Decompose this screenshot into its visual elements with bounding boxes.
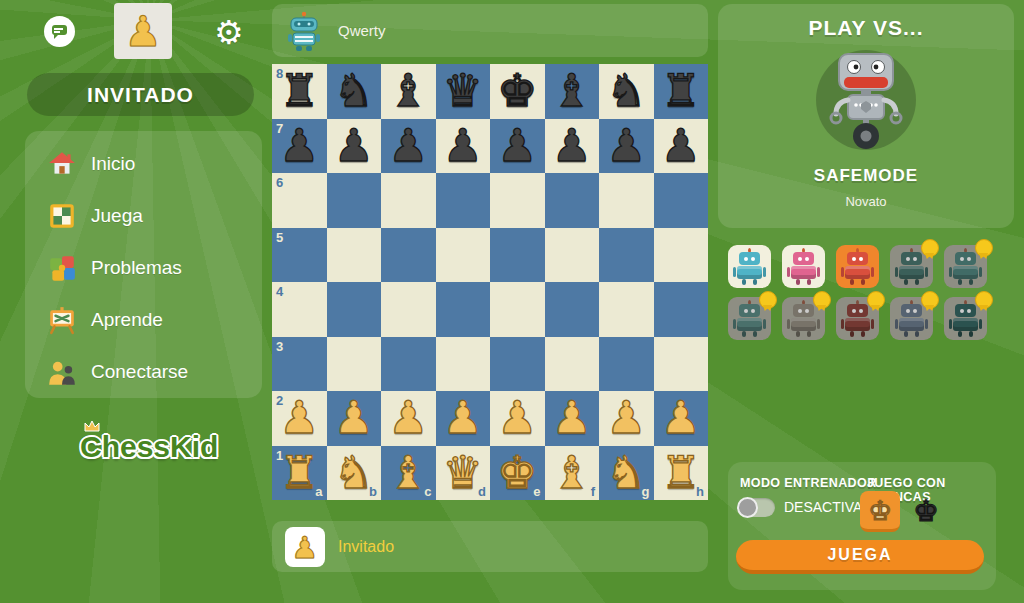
white-pawn-piece[interactable]: ♟ (381, 391, 436, 446)
square-h1[interactable]: h♜ (654, 446, 709, 501)
square-b1[interactable]: b♞ (327, 446, 382, 501)
white-bishop-piece[interactable]: ♝ (545, 446, 600, 501)
sidebar-item-inicio[interactable]: Inicio (39, 145, 257, 183)
square-a1[interactable]: 1a♜ (272, 446, 327, 501)
square-c8[interactable]: ♝ (381, 64, 436, 119)
square-e7[interactable]: ♟ (490, 119, 545, 174)
square-a6[interactable]: 6 (272, 173, 327, 228)
square-d3[interactable] (436, 337, 491, 392)
square-b5[interactable] (327, 228, 382, 283)
square-b8[interactable]: ♞ (327, 64, 382, 119)
square-a3[interactable]: 3 (272, 337, 327, 392)
white-pawn-piece[interactable]: ♟ (599, 391, 654, 446)
square-c6[interactable] (381, 173, 436, 228)
chat-icon[interactable] (44, 16, 75, 47)
white-pawn-piece[interactable]: ♟ (436, 391, 491, 446)
square-a8[interactable]: 8♜ (272, 64, 327, 119)
puzzle-icon (47, 253, 77, 283)
square-c3[interactable] (381, 337, 436, 392)
white-pawn-piece[interactable]: ♟ (490, 391, 545, 446)
bot-tile-7-locked[interactable] (782, 297, 825, 340)
square-a4[interactable]: 4 (272, 282, 327, 337)
square-h7[interactable]: ♟ (654, 119, 709, 174)
square-f7[interactable]: ♟ (545, 119, 600, 174)
square-a5[interactable]: 5 (272, 228, 327, 283)
guest-name-pill: INVITADO (27, 73, 254, 116)
white-color-button[interactable]: ♚ (860, 491, 900, 532)
square-g8[interactable]: ♞ (599, 64, 654, 119)
medal-badge-icon (921, 239, 939, 257)
white-bishop-piece[interactable]: ♝ (381, 446, 436, 501)
white-knight-piece[interactable]: ♞ (599, 446, 654, 501)
sidebar-item-label: Aprende (91, 309, 163, 331)
square-c1[interactable]: c♝ (381, 446, 436, 501)
square-c7[interactable]: ♟ (381, 119, 436, 174)
medal-badge-icon (867, 291, 885, 309)
player-avatar: ♟ (285, 527, 325, 567)
sidebar-item-label: Problemas (91, 257, 182, 279)
pawn-character-icon: ♟ (124, 7, 162, 56)
coach-mode-label: MODO ENTRENADOR (740, 476, 877, 490)
black-rook-piece[interactable]: ♜ (654, 64, 709, 119)
mini-robot-icon (728, 245, 771, 288)
square-c2[interactable]: ♟ (381, 391, 436, 446)
black-color-button[interactable]: ♚ (913, 494, 939, 528)
white-queen-piece[interactable]: ♛ (436, 446, 491, 501)
black-pawn-piece[interactable]: ♟ (599, 119, 654, 174)
sidebar-item-conectarse[interactable]: Conectarse (39, 353, 257, 391)
square-e2[interactable]: ♟ (490, 391, 545, 446)
opponent-robot-avatar (284, 11, 324, 53)
sidebar-item-aprende[interactable]: Aprende (39, 301, 257, 339)
square-g6[interactable] (599, 173, 654, 228)
square-g3[interactable] (599, 337, 654, 392)
black-queen-piece[interactable]: ♛ (436, 64, 491, 119)
easel-icon (47, 305, 77, 335)
opponent-bar: Qwerty (272, 4, 708, 57)
square-f8[interactable]: ♝ (545, 64, 600, 119)
bot-tile-2-unlocked[interactable] (782, 245, 825, 288)
square-d4[interactable] (436, 282, 491, 337)
home-icon (47, 149, 77, 179)
square-e5[interactable] (490, 228, 545, 283)
black-pawn-piece[interactable]: ♟ (545, 119, 600, 174)
medal-badge-icon (975, 291, 993, 309)
sidebar-item-label: Inicio (91, 153, 135, 175)
rank-label-5: 5 (276, 231, 283, 244)
square-d5[interactable] (436, 228, 491, 283)
medal-badge-icon (975, 239, 993, 257)
square-d6[interactable] (436, 173, 491, 228)
mini-robot-icon (836, 245, 879, 288)
square-b3[interactable] (327, 337, 382, 392)
sidebar-item-label: Juega (91, 205, 143, 227)
square-g2[interactable]: ♟ (599, 391, 654, 446)
square-h5[interactable] (654, 228, 709, 283)
bot-tile-1-unlocked[interactable] (728, 245, 771, 288)
white-rook-piece[interactable]: ♜ (654, 446, 709, 501)
chesskid-logo[interactable]: ChessKid (80, 430, 218, 464)
sidebar-item-label: Conectarse (91, 361, 188, 383)
square-g4[interactable] (599, 282, 654, 337)
bot-level: Novato (718, 194, 1014, 209)
rank-label-6: 6 (276, 176, 283, 189)
user-avatar[interactable]: ♟ (114, 3, 172, 59)
square-f2[interactable]: ♟ (545, 391, 600, 446)
square-f5[interactable] (545, 228, 600, 283)
square-e4[interactable] (490, 282, 545, 337)
square-a7[interactable]: 7♟ (272, 119, 327, 174)
square-h3[interactable] (654, 337, 709, 392)
bot-tile-10-locked[interactable] (944, 297, 987, 340)
player-bar: ♟ Invitado (272, 521, 708, 572)
bot-selection-grid (728, 245, 988, 340)
white-pawn-piece[interactable]: ♟ (654, 391, 709, 446)
black-pawn-piece[interactable]: ♟ (381, 119, 436, 174)
square-f4[interactable] (545, 282, 600, 337)
chess-board: 8♜♞♝♛♚♝♞♜7♟♟♟♟♟♟♟♟65432♟♟♟♟♟♟♟♟1a♜b♞c♝d♛… (272, 64, 708, 500)
settings-gear-icon[interactable]: ⚙ (214, 13, 244, 52)
black-pawn-piece[interactable]: ♟ (490, 119, 545, 174)
medal-badge-icon (813, 291, 831, 309)
white-king-piece[interactable]: ♚ (490, 446, 545, 501)
black-pawn-piece[interactable]: ♟ (272, 119, 327, 174)
square-e8[interactable]: ♚ (490, 64, 545, 119)
medal-badge-icon (921, 291, 939, 309)
play-button[interactable]: JUEGA (736, 540, 984, 574)
bot-tile-6-locked[interactable] (728, 297, 771, 340)
white-king-icon: ♚ (868, 495, 892, 526)
black-bishop-piece[interactable]: ♝ (381, 64, 436, 119)
sidebar-item-problemas[interactable]: Problemas (39, 249, 257, 287)
black-knight-piece[interactable]: ♞ (327, 64, 382, 119)
square-h4[interactable] (654, 282, 709, 337)
square-b4[interactable] (327, 282, 382, 337)
rank-label-4: 4 (276, 285, 283, 298)
toggle-knob (737, 497, 758, 518)
black-bishop-piece[interactable]: ♝ (545, 64, 600, 119)
black-pawn-piece[interactable]: ♟ (436, 119, 491, 174)
bot-tile-3-selected[interactable] (836, 245, 879, 288)
bot-name: SAFEMODE (718, 166, 1014, 186)
square-g1[interactable]: g♞ (599, 446, 654, 501)
white-rook-piece[interactable]: ♜ (272, 446, 327, 501)
coach-mode-toggle[interactable] (738, 498, 775, 517)
square-d7[interactable]: ♟ (436, 119, 491, 174)
square-e6[interactable] (490, 173, 545, 228)
square-f6[interactable] (545, 173, 600, 228)
black-pawn-piece[interactable]: ♟ (654, 119, 709, 174)
square-c4[interactable] (381, 282, 436, 337)
player-name: Invitado (338, 521, 394, 572)
square-g5[interactable] (599, 228, 654, 283)
sidebar-menu: Inicio Juega Problemas (25, 131, 262, 398)
chesskid-app: ♟ ⚙ INVITADO Inicio Juega (0, 0, 1024, 603)
people-icon (47, 357, 77, 387)
game-options-panel: MODO ENTRENADOR JUEGO CON BLANCAS DESACT… (728, 462, 996, 590)
board-icon (47, 201, 77, 231)
black-knight-piece[interactable]: ♞ (599, 64, 654, 119)
opponent-name: Qwerty (338, 4, 386, 57)
white-pawn-piece[interactable]: ♟ (327, 391, 382, 446)
pawn-character-icon: ♟ (292, 530, 319, 565)
safemode-robot-image (821, 46, 911, 150)
square-b2[interactable]: ♟ (327, 391, 382, 446)
square-h2[interactable]: ♟ (654, 391, 709, 446)
play-vs-title: PLAY VS... (718, 16, 1014, 40)
square-b7[interactable]: ♟ (327, 119, 382, 174)
bot-tile-4-locked[interactable] (890, 245, 933, 288)
rank-label-3: 3 (276, 340, 283, 353)
square-h6[interactable] (654, 173, 709, 228)
bot-tile-5-locked[interactable] (944, 245, 987, 288)
mini-robot-icon (782, 245, 825, 288)
square-e3[interactable] (490, 337, 545, 392)
square-a2[interactable]: 2♟ (272, 391, 327, 446)
square-g7[interactable]: ♟ (599, 119, 654, 174)
square-d1[interactable]: d♛ (436, 446, 491, 501)
square-f3[interactable] (545, 337, 600, 392)
square-e1[interactable]: e♚ (490, 446, 545, 501)
square-c5[interactable] (381, 228, 436, 283)
chat-bubble-glyph (52, 25, 67, 35)
bot-tile-9-locked[interactable] (890, 297, 933, 340)
bot-tile-8-locked[interactable] (836, 297, 879, 340)
square-d8[interactable]: ♛ (436, 64, 491, 119)
white-pawn-piece[interactable]: ♟ (272, 391, 327, 446)
black-rook-piece[interactable]: ♜ (272, 64, 327, 119)
black-pawn-piece[interactable]: ♟ (327, 119, 382, 174)
black-king-piece[interactable]: ♚ (490, 64, 545, 119)
square-b6[interactable] (327, 173, 382, 228)
square-h8[interactable]: ♜ (654, 64, 709, 119)
square-f1[interactable]: f♝ (545, 446, 600, 501)
sidebar-item-juega[interactable]: Juega (39, 197, 257, 235)
square-d2[interactable]: ♟ (436, 391, 491, 446)
medal-badge-icon (759, 291, 777, 309)
white-pawn-piece[interactable]: ♟ (545, 391, 600, 446)
white-knight-piece[interactable]: ♞ (327, 446, 382, 501)
play-vs-panel: PLAY VS... SAFEMODE Novato (718, 4, 1014, 228)
